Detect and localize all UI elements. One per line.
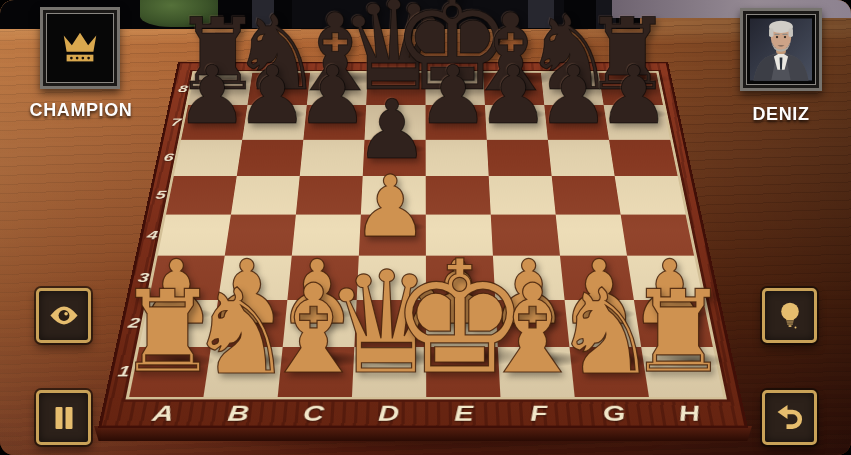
file-label-e: E: [454, 401, 474, 426]
square-h8[interactable]: [599, 73, 663, 105]
square-h2[interactable]: [634, 300, 713, 347]
game-screen: ABCDEFGH87654321 ♜♞♝♛♚♝♞♜♟♟♟♟♟♟♟♟♟♟♟♟♟♟♟…: [0, 0, 851, 455]
square-e1[interactable]: [426, 347, 500, 397]
square-c8[interactable]: [307, 73, 368, 105]
square-a1[interactable]: [129, 347, 211, 397]
square-f5[interactable]: [489, 176, 556, 215]
file-label-a: A: [151, 401, 176, 426]
square-b6[interactable]: [237, 139, 304, 175]
square-b3[interactable]: [218, 256, 292, 300]
square-e5[interactable]: [426, 176, 491, 215]
square-g3[interactable]: [560, 256, 634, 300]
square-e7[interactable]: [426, 105, 487, 139]
square-e2[interactable]: [426, 300, 498, 347]
square-h1[interactable]: [641, 347, 723, 397]
square-b1[interactable]: [203, 347, 282, 397]
square-d7[interactable]: [365, 105, 426, 139]
square-a4[interactable]: [158, 215, 231, 256]
pause-icon: [52, 406, 76, 430]
plant: [140, 0, 218, 27]
square-a3[interactable]: [149, 256, 225, 300]
square-c4[interactable]: [292, 215, 361, 256]
square-g2[interactable]: [565, 300, 642, 347]
square-d2[interactable]: [354, 300, 426, 347]
square-f6[interactable]: [487, 139, 552, 175]
square-g6[interactable]: [548, 139, 615, 175]
file-label-b: B: [226, 401, 250, 426]
player-name-right: DENIZ: [701, 104, 851, 125]
rank-label-5: 5: [154, 188, 167, 201]
eye-icon: [48, 304, 80, 327]
board-front-edge: [94, 426, 752, 441]
square-g4[interactable]: [556, 215, 627, 256]
rank-label-4: 4: [146, 228, 159, 242]
file-label-f: F: [529, 401, 549, 426]
chess-board[interactable]: ABCDEFGH87654321: [98, 62, 748, 428]
square-e6[interactable]: [426, 139, 489, 175]
square-b4[interactable]: [225, 215, 296, 256]
square-f2[interactable]: [495, 300, 569, 347]
lightbulb-icon: [777, 301, 803, 330]
portrait-photo: [750, 18, 812, 81]
square-d6[interactable]: [363, 139, 426, 175]
view-button[interactable]: [36, 288, 91, 343]
square-e3[interactable]: [426, 256, 495, 300]
square-f7[interactable]: [485, 105, 548, 139]
square-d3[interactable]: [357, 256, 426, 300]
square-a7[interactable]: [181, 105, 247, 139]
square-b5[interactable]: [231, 176, 300, 215]
rank-label-6: 6: [162, 151, 174, 163]
undo-arrow-icon: [776, 404, 804, 431]
square-h5[interactable]: [615, 176, 686, 215]
square-c5[interactable]: [296, 176, 363, 215]
square-d4[interactable]: [359, 215, 426, 256]
square-b2[interactable]: [211, 300, 287, 347]
square-h3[interactable]: [627, 256, 703, 300]
square-f1[interactable]: [498, 347, 575, 397]
square-c2[interactable]: [283, 300, 357, 347]
square-d8[interactable]: [366, 73, 425, 105]
chair-post: [528, 0, 554, 28]
rank-label-7: 7: [170, 116, 182, 128]
square-c1[interactable]: [278, 347, 355, 397]
square-a5[interactable]: [166, 176, 237, 215]
file-label-c: C: [302, 401, 325, 426]
square-a8[interactable]: [188, 73, 252, 105]
rank-label-1: 1: [116, 363, 131, 380]
chair-back: [292, 0, 564, 28]
chair-post: [252, 0, 274, 28]
square-c6[interactable]: [300, 139, 365, 175]
crown-icon: [58, 28, 102, 68]
deniz-avatar: [740, 8, 822, 91]
square-b7[interactable]: [242, 105, 307, 139]
square-b8[interactable]: [247, 73, 310, 105]
square-h7[interactable]: [604, 105, 670, 139]
file-label-d: D: [378, 401, 399, 426]
champion-avatar: [40, 7, 120, 89]
square-f8[interactable]: [483, 73, 544, 105]
square-g7[interactable]: [544, 105, 609, 139]
square-c7[interactable]: [303, 105, 366, 139]
rank-label-3: 3: [137, 270, 151, 285]
rank-label-8: 8: [177, 83, 189, 94]
board-grid[interactable]: [129, 73, 723, 397]
file-label-g: G: [601, 401, 627, 426]
square-h6[interactable]: [609, 139, 678, 175]
player-name-left: CHAMPION: [1, 100, 161, 121]
square-a6[interactable]: [174, 139, 242, 175]
square-e8[interactable]: [425, 73, 484, 105]
square-g5[interactable]: [552, 176, 621, 215]
hint-button[interactable]: [762, 288, 817, 343]
file-label-h: H: [676, 401, 701, 426]
square-e4[interactable]: [426, 215, 493, 256]
rank-label-2: 2: [127, 315, 142, 331]
square-f3[interactable]: [493, 256, 565, 300]
square-f4[interactable]: [491, 215, 560, 256]
square-g1[interactable]: [569, 347, 649, 397]
square-c3[interactable]: [287, 256, 358, 300]
square-a2[interactable]: [139, 300, 218, 347]
square-d5[interactable]: [361, 176, 426, 215]
square-h4[interactable]: [621, 215, 694, 256]
square-g8[interactable]: [541, 73, 604, 105]
square-d1[interactable]: [352, 347, 426, 397]
pause-button[interactable]: [36, 390, 91, 445]
undo-button[interactable]: [762, 390, 817, 445]
